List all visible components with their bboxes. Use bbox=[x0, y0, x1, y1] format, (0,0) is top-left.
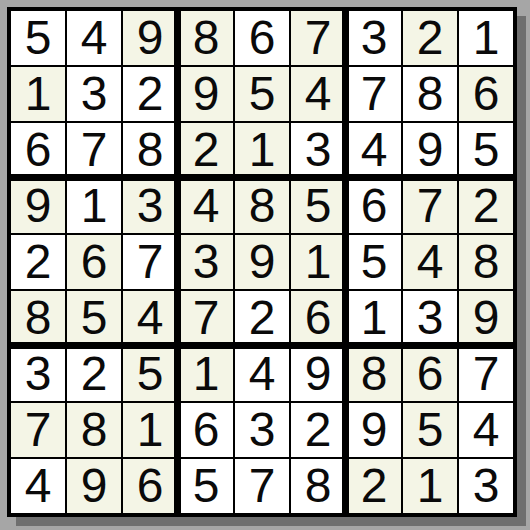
cell-r4c5[interactable]: 8 bbox=[235, 179, 289, 233]
cell-r7c3[interactable]: 5 bbox=[123, 347, 177, 401]
cell-r9c5[interactable]: 7 bbox=[235, 459, 289, 513]
cell-r2c3[interactable]: 2 bbox=[123, 67, 177, 121]
cell-r3c4[interactable]: 2 bbox=[179, 123, 233, 177]
cell-r8c4[interactable]: 6 bbox=[179, 403, 233, 457]
cell-r6c8[interactable]: 3 bbox=[403, 291, 457, 345]
cell-r8c7[interactable]: 9 bbox=[347, 403, 401, 457]
cell-r2c1[interactable]: 1 bbox=[11, 67, 65, 121]
cell-r1c2[interactable]: 4 bbox=[67, 11, 121, 65]
cell-r3c7[interactable]: 4 bbox=[347, 123, 401, 177]
cell-r1c1[interactable]: 5 bbox=[11, 11, 65, 65]
cell-r3c9[interactable]: 5 bbox=[459, 123, 513, 177]
cell-r1c3[interactable]: 9 bbox=[123, 11, 177, 65]
cell-r6c6[interactable]: 6 bbox=[291, 291, 345, 345]
cell-r6c1[interactable]: 8 bbox=[11, 291, 65, 345]
cell-r2c5[interactable]: 5 bbox=[235, 67, 289, 121]
cell-r5c2[interactable]: 6 bbox=[67, 235, 121, 289]
cell-r5c5[interactable]: 9 bbox=[235, 235, 289, 289]
cell-r9c7[interactable]: 2 bbox=[347, 459, 401, 513]
cell-r8c3[interactable]: 1 bbox=[123, 403, 177, 457]
cell-r4c8[interactable]: 7 bbox=[403, 179, 457, 233]
cell-r5c6[interactable]: 1 bbox=[291, 235, 345, 289]
cell-r8c5[interactable]: 3 bbox=[235, 403, 289, 457]
cell-r2c7[interactable]: 7 bbox=[347, 67, 401, 121]
cell-r7c8[interactable]: 6 bbox=[403, 347, 457, 401]
cell-r7c1[interactable]: 3 bbox=[11, 347, 65, 401]
cell-r9c8[interactable]: 1 bbox=[403, 459, 457, 513]
box-divider-vertical-1 bbox=[174, 11, 181, 513]
cell-r5c9[interactable]: 8 bbox=[459, 235, 513, 289]
cell-r5c4[interactable]: 3 bbox=[179, 235, 233, 289]
cell-r6c2[interactable]: 5 bbox=[67, 291, 121, 345]
cell-r7c2[interactable]: 2 bbox=[67, 347, 121, 401]
cell-r7c5[interactable]: 4 bbox=[235, 347, 289, 401]
cell-r7c4[interactable]: 1 bbox=[179, 347, 233, 401]
cell-r7c6[interactable]: 9 bbox=[291, 347, 345, 401]
cell-r4c1[interactable]: 9 bbox=[11, 179, 65, 233]
cell-r3c6[interactable]: 3 bbox=[291, 123, 345, 177]
cell-r1c8[interactable]: 2 bbox=[403, 11, 457, 65]
cell-r1c6[interactable]: 7 bbox=[291, 11, 345, 65]
cell-r2c8[interactable]: 8 bbox=[403, 67, 457, 121]
cell-r7c7[interactable]: 8 bbox=[347, 347, 401, 401]
cell-r3c2[interactable]: 7 bbox=[67, 123, 121, 177]
cell-r8c2[interactable]: 8 bbox=[67, 403, 121, 457]
cell-r6c4[interactable]: 7 bbox=[179, 291, 233, 345]
cell-r1c4[interactable]: 8 bbox=[179, 11, 233, 65]
cell-r7c9[interactable]: 7 bbox=[459, 347, 513, 401]
cell-r5c1[interactable]: 2 bbox=[11, 235, 65, 289]
cell-r9c3[interactable]: 6 bbox=[123, 459, 177, 513]
cell-r8c9[interactable]: 4 bbox=[459, 403, 513, 457]
cell-r4c4[interactable]: 4 bbox=[179, 179, 233, 233]
cell-r4c3[interactable]: 3 bbox=[123, 179, 177, 233]
cell-r6c9[interactable]: 9 bbox=[459, 291, 513, 345]
cell-r8c1[interactable]: 7 bbox=[11, 403, 65, 457]
cell-r9c9[interactable]: 3 bbox=[459, 459, 513, 513]
cell-r5c8[interactable]: 4 bbox=[403, 235, 457, 289]
cell-r4c7[interactable]: 6 bbox=[347, 179, 401, 233]
cell-r3c1[interactable]: 6 bbox=[11, 123, 65, 177]
cell-r6c3[interactable]: 4 bbox=[123, 291, 177, 345]
cell-r5c3[interactable]: 7 bbox=[123, 235, 177, 289]
cell-r9c4[interactable]: 5 bbox=[179, 459, 233, 513]
cell-r2c6[interactable]: 4 bbox=[291, 67, 345, 121]
page-background: 5498673211329547866782134959134856722673… bbox=[0, 0, 530, 530]
cell-r4c9[interactable]: 2 bbox=[459, 179, 513, 233]
cell-r1c9[interactable]: 1 bbox=[459, 11, 513, 65]
box-divider-horizontal-1 bbox=[11, 174, 513, 181]
cell-r2c9[interactable]: 6 bbox=[459, 67, 513, 121]
cell-r8c6[interactable]: 2 bbox=[291, 403, 345, 457]
cell-r6c7[interactable]: 1 bbox=[347, 291, 401, 345]
box-divider-horizontal-2 bbox=[11, 342, 513, 349]
cell-r3c5[interactable]: 1 bbox=[235, 123, 289, 177]
cell-r8c8[interactable]: 5 bbox=[403, 403, 457, 457]
cell-r3c3[interactable]: 8 bbox=[123, 123, 177, 177]
cell-r1c7[interactable]: 3 bbox=[347, 11, 401, 65]
cell-r2c4[interactable]: 9 bbox=[179, 67, 233, 121]
cell-r9c1[interactable]: 4 bbox=[11, 459, 65, 513]
sudoku-board: 5498673211329547866782134959134856722673… bbox=[7, 7, 517, 517]
cell-r3c8[interactable]: 9 bbox=[403, 123, 457, 177]
cell-r2c2[interactable]: 3 bbox=[67, 67, 121, 121]
cell-r9c6[interactable]: 8 bbox=[291, 459, 345, 513]
cell-r1c5[interactable]: 6 bbox=[235, 11, 289, 65]
cell-r6c5[interactable]: 2 bbox=[235, 291, 289, 345]
cell-r5c7[interactable]: 5 bbox=[347, 235, 401, 289]
cell-r4c2[interactable]: 1 bbox=[67, 179, 121, 233]
cell-r4c6[interactable]: 5 bbox=[291, 179, 345, 233]
box-divider-vertical-2 bbox=[342, 11, 349, 513]
cell-r9c2[interactable]: 9 bbox=[67, 459, 121, 513]
